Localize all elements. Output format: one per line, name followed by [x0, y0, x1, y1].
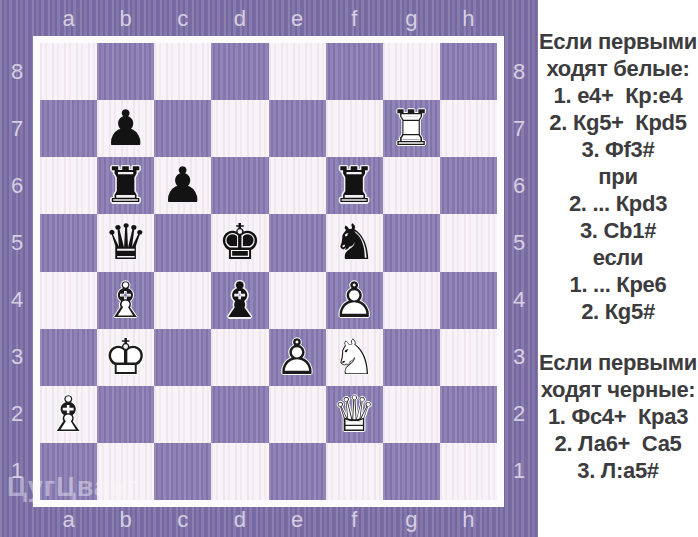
solution-black-line-4: 2. Ла6+ Са5	[538, 430, 698, 457]
square-c7	[154, 100, 211, 157]
square-b6: ♜	[97, 157, 154, 214]
rank-label-2: 2	[4, 386, 30, 443]
white-bishop: ♝♗	[40, 386, 97, 443]
file-label-b: b	[97, 506, 154, 534]
square-h6	[440, 157, 497, 214]
square-a4	[40, 272, 97, 329]
piece-glyph: ♖	[383, 100, 440, 157]
black-knight: ♞	[326, 214, 383, 271]
square-b5: ♛	[97, 214, 154, 271]
piece-glyph: ♟	[97, 100, 154, 157]
solution-black-line-5: 3. Л:а5#	[538, 457, 698, 484]
watermark: ЦугЦванг	[7, 472, 140, 503]
piece-glyph: ♙	[326, 272, 383, 329]
black-bishop: ♝	[211, 272, 268, 329]
square-e8	[269, 43, 326, 100]
black-rook: ♜	[97, 157, 154, 214]
square-c3	[154, 329, 211, 386]
piece-glyph: ♕	[326, 386, 383, 443]
square-h3	[440, 329, 497, 386]
white-knight: ♞♘	[326, 329, 383, 386]
solution-white-line-7: 2. ... Крd3	[538, 190, 698, 217]
square-f5: ♞	[326, 214, 383, 271]
white-pawn: ♟♙	[326, 272, 383, 329]
solution-white-line-10: 1. ... Кре6	[538, 271, 698, 298]
solution-black-block: Если первымиходят черные:1. Фc4+ Кра32. …	[538, 349, 698, 484]
rank-label-8: 8	[4, 43, 30, 100]
square-h5	[440, 214, 497, 271]
file-label-h: h	[440, 5, 497, 33]
solution-white-line-2: ходят белые:	[538, 55, 698, 82]
white-pawn: ♟♙	[269, 329, 326, 386]
black-rook: ♜	[326, 157, 383, 214]
rank-label-6: 6	[506, 157, 532, 214]
piece-glyph: ♗	[40, 386, 97, 443]
square-b8	[97, 43, 154, 100]
piece-glyph: ♟	[154, 157, 211, 214]
rank-labels-left: 87654321	[4, 43, 30, 500]
black-pawn: ♟	[154, 157, 211, 214]
black-queen: ♛	[97, 214, 154, 271]
piece-glyph: ♝	[211, 272, 268, 329]
rank-label-2: 2	[506, 386, 532, 443]
square-d5: ♚	[211, 214, 268, 271]
square-f1	[326, 443, 383, 500]
piece-glyph: ♚	[211, 214, 268, 271]
square-f4: ♟♙	[326, 272, 383, 329]
white-king: ♚♔	[97, 329, 154, 386]
square-a6	[40, 157, 97, 214]
square-a7	[40, 100, 97, 157]
file-label-e: e	[269, 5, 326, 33]
square-c8	[154, 43, 211, 100]
square-f6: ♜	[326, 157, 383, 214]
chess-puzzle-diagram: abcdefgh abcdefgh 87654321 87654321 ♟♜♖♜…	[0, 0, 698, 537]
file-label-h: h	[440, 506, 497, 534]
square-e2	[269, 386, 326, 443]
square-g7: ♜♖	[383, 100, 440, 157]
solution-white-line-8: 3. Сb1#	[538, 217, 698, 244]
square-a8	[40, 43, 97, 100]
solution-white-line-1: Если первыми	[538, 28, 698, 55]
square-f8	[326, 43, 383, 100]
solution-white-line-11: 2. Кg5#	[538, 298, 698, 325]
rank-labels-right: 87654321	[506, 43, 532, 500]
square-e1	[269, 443, 326, 500]
solution-black-line-3: 1. Фc4+ Кра3	[538, 403, 698, 430]
white-rook: ♜♖	[383, 100, 440, 157]
square-a2: ♝♗	[40, 386, 97, 443]
solution-white-line-4: 2. Кg5+ Крd5	[538, 109, 698, 136]
square-d6	[211, 157, 268, 214]
rank-label-3: 3	[506, 329, 532, 386]
file-labels-top: abcdefgh	[40, 5, 497, 33]
square-d1	[211, 443, 268, 500]
solution-white-line-3: 1. e4+ Кр:e4	[538, 82, 698, 109]
chess-board: ♟♜♖♜♟♜♛♚♞♝♗♝♟♙♚♔♟♙♞♘♝♗♛♕	[40, 43, 497, 500]
black-pawn: ♟	[97, 100, 154, 157]
square-d8	[211, 43, 268, 100]
square-e3: ♟♙	[269, 329, 326, 386]
rank-label-6: 6	[4, 157, 30, 214]
solution-white-line-5: 3. Фf3#	[538, 136, 698, 163]
rank-label-4: 4	[4, 272, 30, 329]
square-g3	[383, 329, 440, 386]
square-b3: ♚♔	[97, 329, 154, 386]
solution-white-line-9: если	[538, 244, 698, 271]
white-queen: ♛♕	[326, 386, 383, 443]
square-e7	[269, 100, 326, 157]
board-area: abcdefgh abcdefgh 87654321 87654321 ♟♜♖♜…	[0, 0, 538, 537]
file-label-c: c	[154, 5, 211, 33]
square-c4	[154, 272, 211, 329]
square-b4: ♝♗	[97, 272, 154, 329]
piece-glyph: ♙	[269, 329, 326, 386]
square-g8	[383, 43, 440, 100]
rank-label-3: 3	[4, 329, 30, 386]
rank-label-5: 5	[4, 214, 30, 271]
solution-black-line-1: Если первыми	[538, 349, 698, 376]
square-d2	[211, 386, 268, 443]
file-label-d: d	[211, 5, 268, 33]
square-d7	[211, 100, 268, 157]
piece-glyph: ♔	[97, 329, 154, 386]
piece-glyph: ♜	[97, 157, 154, 214]
white-bishop: ♝♗	[97, 272, 154, 329]
piece-glyph: ♘	[326, 329, 383, 386]
square-b7: ♟	[97, 100, 154, 157]
square-g1	[383, 443, 440, 500]
file-label-c: c	[154, 506, 211, 534]
black-king: ♚	[211, 214, 268, 271]
piece-glyph: ♜	[326, 157, 383, 214]
square-f7	[326, 100, 383, 157]
piece-glyph: ♛	[97, 214, 154, 271]
solution-white-block: Если первымиходят белые:1. e4+ Кр:e42. К…	[538, 28, 698, 325]
square-c6: ♟	[154, 157, 211, 214]
square-h7	[440, 100, 497, 157]
square-g6	[383, 157, 440, 214]
file-label-e: e	[269, 506, 326, 534]
piece-glyph: ♗	[97, 272, 154, 329]
piece-glyph: ♞	[326, 214, 383, 271]
rank-label-7: 7	[4, 100, 30, 157]
square-h8	[440, 43, 497, 100]
square-c5	[154, 214, 211, 271]
square-c2	[154, 386, 211, 443]
square-b2	[97, 386, 154, 443]
square-e5	[269, 214, 326, 271]
file-label-g: g	[383, 506, 440, 534]
file-label-f: f	[326, 506, 383, 534]
square-a3	[40, 329, 97, 386]
rank-label-1: 1	[506, 443, 532, 500]
file-label-g: g	[383, 5, 440, 33]
square-e6	[269, 157, 326, 214]
solution-panel: Если первымиходят белые:1. e4+ Кр:e42. К…	[538, 0, 698, 537]
file-label-f: f	[326, 5, 383, 33]
square-f2: ♛♕	[326, 386, 383, 443]
square-f3: ♞♘	[326, 329, 383, 386]
solution-white-line-6: при	[538, 163, 698, 190]
square-a5	[40, 214, 97, 271]
square-g4	[383, 272, 440, 329]
square-h4	[440, 272, 497, 329]
file-label-b: b	[97, 5, 154, 33]
file-label-d: d	[211, 506, 268, 534]
rank-label-7: 7	[506, 100, 532, 157]
square-g2	[383, 386, 440, 443]
square-g5	[383, 214, 440, 271]
square-h1	[440, 443, 497, 500]
board-frame: ♟♜♖♜♟♜♛♚♞♝♗♝♟♙♚♔♟♙♞♘♝♗♛♕	[33, 36, 504, 507]
square-d4: ♝	[211, 272, 268, 329]
square-e4	[269, 272, 326, 329]
rank-label-5: 5	[506, 214, 532, 271]
file-labels-bottom: abcdefgh	[40, 506, 497, 534]
rank-label-8: 8	[506, 43, 532, 100]
rank-label-4: 4	[506, 272, 532, 329]
file-label-a: a	[40, 506, 97, 534]
solution-black-line-2: ходят черные:	[538, 376, 698, 403]
file-label-a: a	[40, 5, 97, 33]
square-c1	[154, 443, 211, 500]
square-h2	[440, 386, 497, 443]
square-d3	[211, 329, 268, 386]
